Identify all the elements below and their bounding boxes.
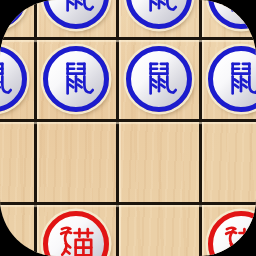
piece-cat[interactable]: 貓 xyxy=(208,211,256,256)
mouse-character-icon xyxy=(0,0,13,15)
grid-line-horizontal xyxy=(0,37,256,40)
piece-mouse[interactable]: 鼠 xyxy=(126,46,192,112)
mouse-character-icon xyxy=(140,0,178,15)
grid-line-horizontal xyxy=(0,202,256,205)
cat-character-icon xyxy=(57,225,95,256)
mouse-character-icon xyxy=(140,60,178,98)
piece-mouse[interactable]: 鼠 xyxy=(0,46,27,112)
mouse-character-icon xyxy=(222,0,256,15)
grid-line-horizontal xyxy=(0,119,256,122)
mouse-character-icon xyxy=(0,60,13,98)
piece-mouse[interactable]: 鼠 xyxy=(43,46,109,112)
piece-mouse[interactable]: 鼠 xyxy=(208,46,256,112)
mouse-character-icon xyxy=(57,0,95,15)
piece-mouse[interactable]: 鼠 xyxy=(126,0,192,29)
piece-mouse[interactable]: 鼠 xyxy=(208,0,256,29)
piece-mouse[interactable]: 鼠 xyxy=(0,0,27,29)
mouse-character-icon xyxy=(57,60,95,98)
cat-character-icon xyxy=(222,225,256,256)
game-board: 鼠鼠鼠鼠鼠鼠鼠鼠貓貓 xyxy=(0,0,256,256)
piece-cat[interactable]: 貓 xyxy=(43,211,109,256)
piece-label: 貓 xyxy=(241,244,242,245)
screenshot-canvas: 鼠鼠鼠鼠鼠鼠鼠鼠貓貓 xyxy=(0,0,256,256)
mouse-character-icon xyxy=(222,60,256,98)
piece-mouse[interactable]: 鼠 xyxy=(43,0,109,29)
